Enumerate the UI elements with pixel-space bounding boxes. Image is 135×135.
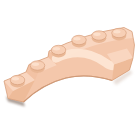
stud-highlight (32, 62, 39, 65)
stud-highlight (73, 37, 80, 40)
stud-highlight (53, 47, 60, 50)
photo-canvas: A single light-nougat (flesh colored) LE… (0, 0, 135, 135)
lego-piece-illustration: A single light-nougat (flesh colored) LE… (0, 0, 135, 135)
stud (112, 28, 127, 40)
stud-highlight (113, 30, 120, 33)
stud-highlight (93, 33, 100, 36)
stud-highlight (12, 77, 19, 80)
stud (51, 45, 66, 57)
stud (72, 35, 87, 47)
stud (30, 61, 45, 73)
stud (10, 75, 25, 87)
stud (92, 31, 107, 43)
